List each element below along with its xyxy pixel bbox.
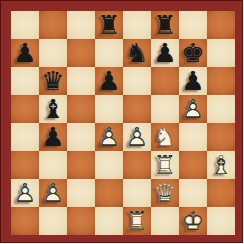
square-b2[interactable]: ♟♟♙ [39, 179, 67, 207]
piece-fill: ♟ [11, 179, 39, 207]
white-king-g1[interactable]: ♚♚♔ [179, 207, 207, 235]
piece-shadow: ♟ [11, 179, 39, 207]
piece-shadow: ♞ [151, 123, 179, 151]
piece-fill: ♞ [151, 123, 179, 151]
piece-glyph: ♚ [179, 39, 207, 67]
white-pawn-e4[interactable]: ♟♟♙ [123, 123, 151, 151]
square-c2[interactable] [67, 179, 95, 207]
square-b6[interactable]: ♛♛ [39, 67, 67, 95]
square-f8[interactable]: ♜♜ [151, 11, 179, 39]
square-a6[interactable] [11, 67, 39, 95]
square-g8[interactable] [179, 11, 207, 39]
chess-board[interactable]: ♜♜♜♜♟♟♞♞♟♟♚♚♛♛♟♟♟♟♝♝♟♟♙♟♟♟♟♙♟♟♙♞♞♘♜♜♖♝♝♗… [11, 11, 235, 235]
white-bishop-h3[interactable]: ♝♝♗ [207, 151, 235, 179]
piece-shadow: ♟ [95, 123, 123, 151]
piece-fill: ♝ [207, 151, 235, 179]
square-d4[interactable]: ♟♟♙ [95, 123, 123, 151]
square-b3[interactable] [39, 151, 67, 179]
piece-glyph: ♟ [39, 123, 67, 151]
piece-fill: ♟ [39, 179, 67, 207]
piece-outline: ♕ [151, 179, 179, 207]
piece-glyph: ♟ [11, 39, 39, 67]
piece-fill: ♟ [95, 123, 123, 151]
square-g6[interactable]: ♟♟ [179, 67, 207, 95]
piece-glyph: ♝ [39, 95, 67, 123]
piece-outline: ♙ [95, 123, 123, 151]
square-d2[interactable] [95, 179, 123, 207]
piece-glyph: ♞ [123, 39, 151, 67]
square-f1[interactable] [151, 207, 179, 235]
square-h7[interactable] [207, 39, 235, 67]
square-g7[interactable]: ♚♚ [179, 39, 207, 67]
square-e7[interactable]: ♞♞ [123, 39, 151, 67]
piece-shadow: ♟ [39, 179, 67, 207]
black-rook-d8[interactable]: ♜♜ [95, 11, 123, 39]
piece-fill: ♟ [123, 123, 151, 151]
square-c5[interactable] [67, 95, 95, 123]
square-h1[interactable] [207, 207, 235, 235]
square-g1[interactable]: ♚♚♔ [179, 207, 207, 235]
piece-outline: ♙ [123, 123, 151, 151]
square-e4[interactable]: ♟♟♙ [123, 123, 151, 151]
white-queen-f2[interactable]: ♛♛♕ [151, 179, 179, 207]
piece-glyph: ♟ [179, 67, 207, 95]
square-b8[interactable] [39, 11, 67, 39]
square-d8[interactable]: ♜♜ [95, 11, 123, 39]
piece-outline: ♔ [179, 207, 207, 235]
piece-shadow: ♟ [39, 123, 67, 151]
square-b5[interactable]: ♝♝ [39, 95, 67, 123]
square-f3[interactable]: ♜♜♖ [151, 151, 179, 179]
square-h2[interactable] [207, 179, 235, 207]
piece-fill: ♟ [179, 95, 207, 123]
piece-shadow: ♜ [151, 151, 179, 179]
black-bishop-b5[interactable]: ♝♝ [39, 95, 67, 123]
square-c3[interactable] [67, 151, 95, 179]
square-g3[interactable] [179, 151, 207, 179]
piece-outline: ♙ [179, 95, 207, 123]
square-e1[interactable]: ♜♜♖ [123, 207, 151, 235]
piece-shadow: ♜ [151, 11, 179, 39]
piece-fill: ♜ [123, 207, 151, 235]
piece-glyph: ♜ [151, 11, 179, 39]
square-d5[interactable] [95, 95, 123, 123]
piece-outline: ♗ [207, 151, 235, 179]
square-b7[interactable] [39, 39, 67, 67]
piece-shadow: ♜ [95, 11, 123, 39]
piece-fill: ♚ [179, 207, 207, 235]
square-h4[interactable] [207, 123, 235, 151]
square-e5[interactable] [123, 95, 151, 123]
piece-outline: ♙ [11, 179, 39, 207]
square-h5[interactable] [207, 95, 235, 123]
square-a4[interactable] [11, 123, 39, 151]
black-pawn-b4[interactable]: ♟♟ [39, 123, 67, 151]
square-d3[interactable] [95, 151, 123, 179]
square-c1[interactable] [67, 207, 95, 235]
square-g2[interactable] [179, 179, 207, 207]
piece-shadow: ♚ [179, 207, 207, 235]
square-h8[interactable] [207, 11, 235, 39]
square-e3[interactable] [123, 151, 151, 179]
white-knight-f4[interactable]: ♞♞♘ [151, 123, 179, 151]
square-a1[interactable] [11, 207, 39, 235]
square-a3[interactable] [11, 151, 39, 179]
piece-glyph: ♜ [95, 11, 123, 39]
piece-outline: ♖ [151, 151, 179, 179]
piece-shadow: ♝ [39, 95, 67, 123]
square-d7[interactable] [95, 39, 123, 67]
square-a7[interactable]: ♟♟ [11, 39, 39, 67]
square-b4[interactable]: ♟♟ [39, 123, 67, 151]
square-f2[interactable]: ♛♛♕ [151, 179, 179, 207]
piece-outline: ♙ [39, 179, 67, 207]
piece-glyph: ♛ [39, 67, 67, 95]
white-pawn-a2[interactable]: ♟♟♙ [11, 179, 39, 207]
piece-shadow: ♟ [179, 95, 207, 123]
piece-fill: ♜ [151, 151, 179, 179]
black-rook-f8[interactable]: ♜♜ [151, 11, 179, 39]
piece-outline: ♖ [123, 207, 151, 235]
piece-shadow: ♟ [123, 123, 151, 151]
black-king-g7[interactable]: ♚♚ [179, 39, 207, 67]
black-knight-e7[interactable]: ♞♞ [123, 39, 151, 67]
black-queen-b6[interactable]: ♛♛ [39, 67, 67, 95]
square-a5[interactable] [11, 95, 39, 123]
square-e8[interactable] [123, 11, 151, 39]
square-f4[interactable]: ♞♞♘ [151, 123, 179, 151]
piece-shadow: ♟ [151, 39, 179, 67]
black-pawn-d6[interactable]: ♟♟ [95, 67, 123, 95]
white-pawn-d4[interactable]: ♟♟♙ [95, 123, 123, 151]
piece-shadow: ♛ [39, 67, 67, 95]
square-c6[interactable] [67, 67, 95, 95]
black-pawn-a7[interactable]: ♟♟ [11, 39, 39, 67]
square-h3[interactable]: ♝♝♗ [207, 151, 235, 179]
piece-shadow: ♝ [207, 151, 235, 179]
square-c4[interactable] [67, 123, 95, 151]
white-pawn-b2[interactable]: ♟♟♙ [39, 179, 67, 207]
piece-fill: ♛ [151, 179, 179, 207]
piece-shadow: ♟ [179, 67, 207, 95]
square-g4[interactable] [179, 123, 207, 151]
piece-glyph: ♟ [95, 67, 123, 95]
piece-outline: ♘ [151, 123, 179, 151]
square-f7[interactable]: ♟♟ [151, 39, 179, 67]
piece-glyph: ♟ [151, 39, 179, 67]
square-c7[interactable] [67, 39, 95, 67]
piece-shadow: ♛ [151, 179, 179, 207]
board-frame: ♜♜♜♜♟♟♞♞♟♟♚♚♛♛♟♟♟♟♝♝♟♟♙♟♟♟♟♙♟♟♙♞♞♘♜♜♖♝♝♗… [0, 0, 243, 243]
square-d1[interactable] [95, 207, 123, 235]
black-pawn-f7[interactable]: ♟♟ [151, 39, 179, 67]
square-g5[interactable]: ♟♟♙ [179, 95, 207, 123]
square-f6[interactable] [151, 67, 179, 95]
piece-shadow: ♞ [123, 39, 151, 67]
piece-shadow: ♟ [11, 39, 39, 67]
piece-shadow: ♟ [95, 67, 123, 95]
square-c8[interactable] [67, 11, 95, 39]
square-b1[interactable] [39, 207, 67, 235]
white-pawn-g5[interactable]: ♟♟♙ [179, 95, 207, 123]
square-d6[interactable]: ♟♟ [95, 67, 123, 95]
square-a2[interactable]: ♟♟♙ [11, 179, 39, 207]
piece-shadow: ♜ [123, 207, 151, 235]
square-h6[interactable] [207, 67, 235, 95]
square-e6[interactable] [123, 67, 151, 95]
black-pawn-g6[interactable]: ♟♟ [179, 67, 207, 95]
piece-shadow: ♚ [179, 39, 207, 67]
square-e2[interactable] [123, 179, 151, 207]
square-f5[interactable] [151, 95, 179, 123]
square-a8[interactable] [11, 11, 39, 39]
white-rook-f3[interactable]: ♜♜♖ [151, 151, 179, 179]
white-rook-e1[interactable]: ♜♜♖ [123, 207, 151, 235]
